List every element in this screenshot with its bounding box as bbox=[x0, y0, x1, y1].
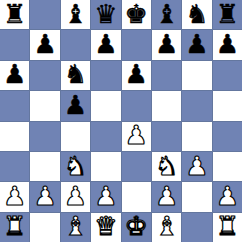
square-f3[interactable]: ♞ bbox=[152, 152, 181, 181]
square-b6[interactable] bbox=[30, 61, 59, 90]
square-f5[interactable] bbox=[152, 91, 181, 120]
piece-black-knight[interactable]: ♞ bbox=[64, 61, 87, 87]
square-e3[interactable] bbox=[122, 152, 151, 181]
square-a6[interactable]: ♟ bbox=[0, 61, 29, 90]
square-c1[interactable]: ♝ bbox=[61, 213, 90, 242]
square-b2[interactable]: ♟ bbox=[30, 182, 59, 211]
piece-white-pawn[interactable]: ♟ bbox=[185, 153, 208, 179]
square-d4[interactable] bbox=[91, 122, 120, 151]
square-a8[interactable]: ♜ bbox=[0, 0, 29, 29]
square-e2[interactable] bbox=[122, 182, 151, 211]
square-c2[interactable]: ♟ bbox=[61, 182, 90, 211]
piece-white-pawn[interactable]: ♟ bbox=[216, 183, 239, 209]
piece-black-rook[interactable]: ♜ bbox=[3, 1, 26, 27]
piece-black-pawn[interactable]: ♟ bbox=[33, 31, 56, 57]
square-b4[interactable] bbox=[30, 122, 59, 151]
square-g6[interactable] bbox=[182, 61, 211, 90]
square-f6[interactable] bbox=[152, 61, 181, 90]
square-f2[interactable]: ♟ bbox=[152, 182, 181, 211]
square-g1[interactable] bbox=[182, 213, 211, 242]
piece-white-queen[interactable]: ♛ bbox=[94, 213, 117, 239]
square-f4[interactable] bbox=[152, 122, 181, 151]
square-a2[interactable]: ♟ bbox=[0, 182, 29, 211]
piece-black-rook[interactable]: ♜ bbox=[216, 1, 239, 27]
square-g8[interactable]: ♞ bbox=[182, 0, 211, 29]
square-f1[interactable]: ♝ bbox=[152, 213, 181, 242]
square-f7[interactable]: ♟ bbox=[152, 30, 181, 59]
chess-board: ♜♝♛♚♝♞♜♟♟♟♟♟♟♞♟♟♟♞♞♟♟♟♟♟♟♟♜♝♛♚♝♜ bbox=[0, 0, 242, 242]
square-a1[interactable]: ♜ bbox=[0, 213, 29, 242]
piece-white-knight[interactable]: ♞ bbox=[155, 153, 178, 179]
square-g4[interactable] bbox=[182, 122, 211, 151]
piece-black-bishop[interactable]: ♝ bbox=[155, 1, 178, 27]
square-h1[interactable]: ♜ bbox=[213, 213, 242, 242]
square-e5[interactable] bbox=[122, 91, 151, 120]
piece-white-knight[interactable]: ♞ bbox=[64, 153, 87, 179]
square-d1[interactable]: ♛ bbox=[91, 213, 120, 242]
piece-black-pawn[interactable]: ♟ bbox=[64, 92, 87, 118]
piece-black-bishop[interactable]: ♝ bbox=[64, 1, 87, 27]
square-c4[interactable] bbox=[61, 122, 90, 151]
piece-white-pawn[interactable]: ♟ bbox=[3, 183, 26, 209]
square-b3[interactable] bbox=[30, 152, 59, 181]
square-a7[interactable] bbox=[0, 30, 29, 59]
piece-black-pawn[interactable]: ♟ bbox=[125, 61, 148, 87]
square-e1[interactable]: ♚ bbox=[122, 213, 151, 242]
piece-black-pawn[interactable]: ♟ bbox=[94, 31, 117, 57]
square-e7[interactable] bbox=[122, 30, 151, 59]
piece-black-pawn[interactable]: ♟ bbox=[155, 31, 178, 57]
square-h8[interactable]: ♜ bbox=[213, 0, 242, 29]
square-c3[interactable]: ♞ bbox=[61, 152, 90, 181]
square-c8[interactable]: ♝ bbox=[61, 0, 90, 29]
piece-white-pawn[interactable]: ♟ bbox=[155, 183, 178, 209]
square-c5[interactable]: ♟ bbox=[61, 91, 90, 120]
square-b1[interactable] bbox=[30, 213, 59, 242]
square-h6[interactable] bbox=[213, 61, 242, 90]
square-h5[interactable] bbox=[213, 91, 242, 120]
square-b5[interactable] bbox=[30, 91, 59, 120]
square-e8[interactable]: ♚ bbox=[122, 0, 151, 29]
square-b8[interactable] bbox=[30, 0, 59, 29]
square-d2[interactable]: ♟ bbox=[91, 182, 120, 211]
square-c6[interactable]: ♞ bbox=[61, 61, 90, 90]
square-e6[interactable]: ♟ bbox=[122, 61, 151, 90]
piece-white-king[interactable]: ♚ bbox=[125, 213, 148, 239]
piece-white-pawn[interactable]: ♟ bbox=[125, 122, 148, 148]
square-g3[interactable]: ♟ bbox=[182, 152, 211, 181]
piece-black-king[interactable]: ♚ bbox=[125, 1, 148, 27]
square-a3[interactable] bbox=[0, 152, 29, 181]
square-d3[interactable] bbox=[91, 152, 120, 181]
square-d6[interactable] bbox=[91, 61, 120, 90]
piece-white-bishop[interactable]: ♝ bbox=[155, 213, 178, 239]
square-c7[interactable] bbox=[61, 30, 90, 59]
square-a4[interactable] bbox=[0, 122, 29, 151]
piece-black-knight[interactable]: ♞ bbox=[185, 1, 208, 27]
square-h7[interactable]: ♟ bbox=[213, 30, 242, 59]
chess-board-container: ♜♝♛♚♝♞♜♟♟♟♟♟♟♞♟♟♟♞♞♟♟♟♟♟♟♟♜♝♛♚♝♜ bbox=[0, 0, 242, 242]
square-b7[interactable]: ♟ bbox=[30, 30, 59, 59]
square-d8[interactable]: ♛ bbox=[91, 0, 120, 29]
piece-black-queen[interactable]: ♛ bbox=[94, 1, 117, 27]
piece-black-pawn[interactable]: ♟ bbox=[185, 31, 208, 57]
piece-white-pawn[interactable]: ♟ bbox=[64, 183, 87, 209]
piece-black-pawn[interactable]: ♟ bbox=[216, 31, 239, 57]
square-g5[interactable] bbox=[182, 91, 211, 120]
square-h2[interactable]: ♟ bbox=[213, 182, 242, 211]
piece-white-pawn[interactable]: ♟ bbox=[94, 183, 117, 209]
square-e4[interactable]: ♟ bbox=[122, 122, 151, 151]
piece-white-bishop[interactable]: ♝ bbox=[64, 213, 87, 239]
square-a5[interactable] bbox=[0, 91, 29, 120]
square-g2[interactable] bbox=[182, 182, 211, 211]
square-h4[interactable] bbox=[213, 122, 242, 151]
square-f8[interactable]: ♝ bbox=[152, 0, 181, 29]
piece-black-pawn[interactable]: ♟ bbox=[3, 61, 26, 87]
square-g7[interactable]: ♟ bbox=[182, 30, 211, 59]
square-d5[interactable] bbox=[91, 91, 120, 120]
square-d7[interactable]: ♟ bbox=[91, 30, 120, 59]
piece-white-rook[interactable]: ♜ bbox=[3, 213, 26, 239]
piece-white-pawn[interactable]: ♟ bbox=[33, 183, 56, 209]
square-h3[interactable] bbox=[213, 152, 242, 181]
piece-white-rook[interactable]: ♜ bbox=[216, 213, 239, 239]
